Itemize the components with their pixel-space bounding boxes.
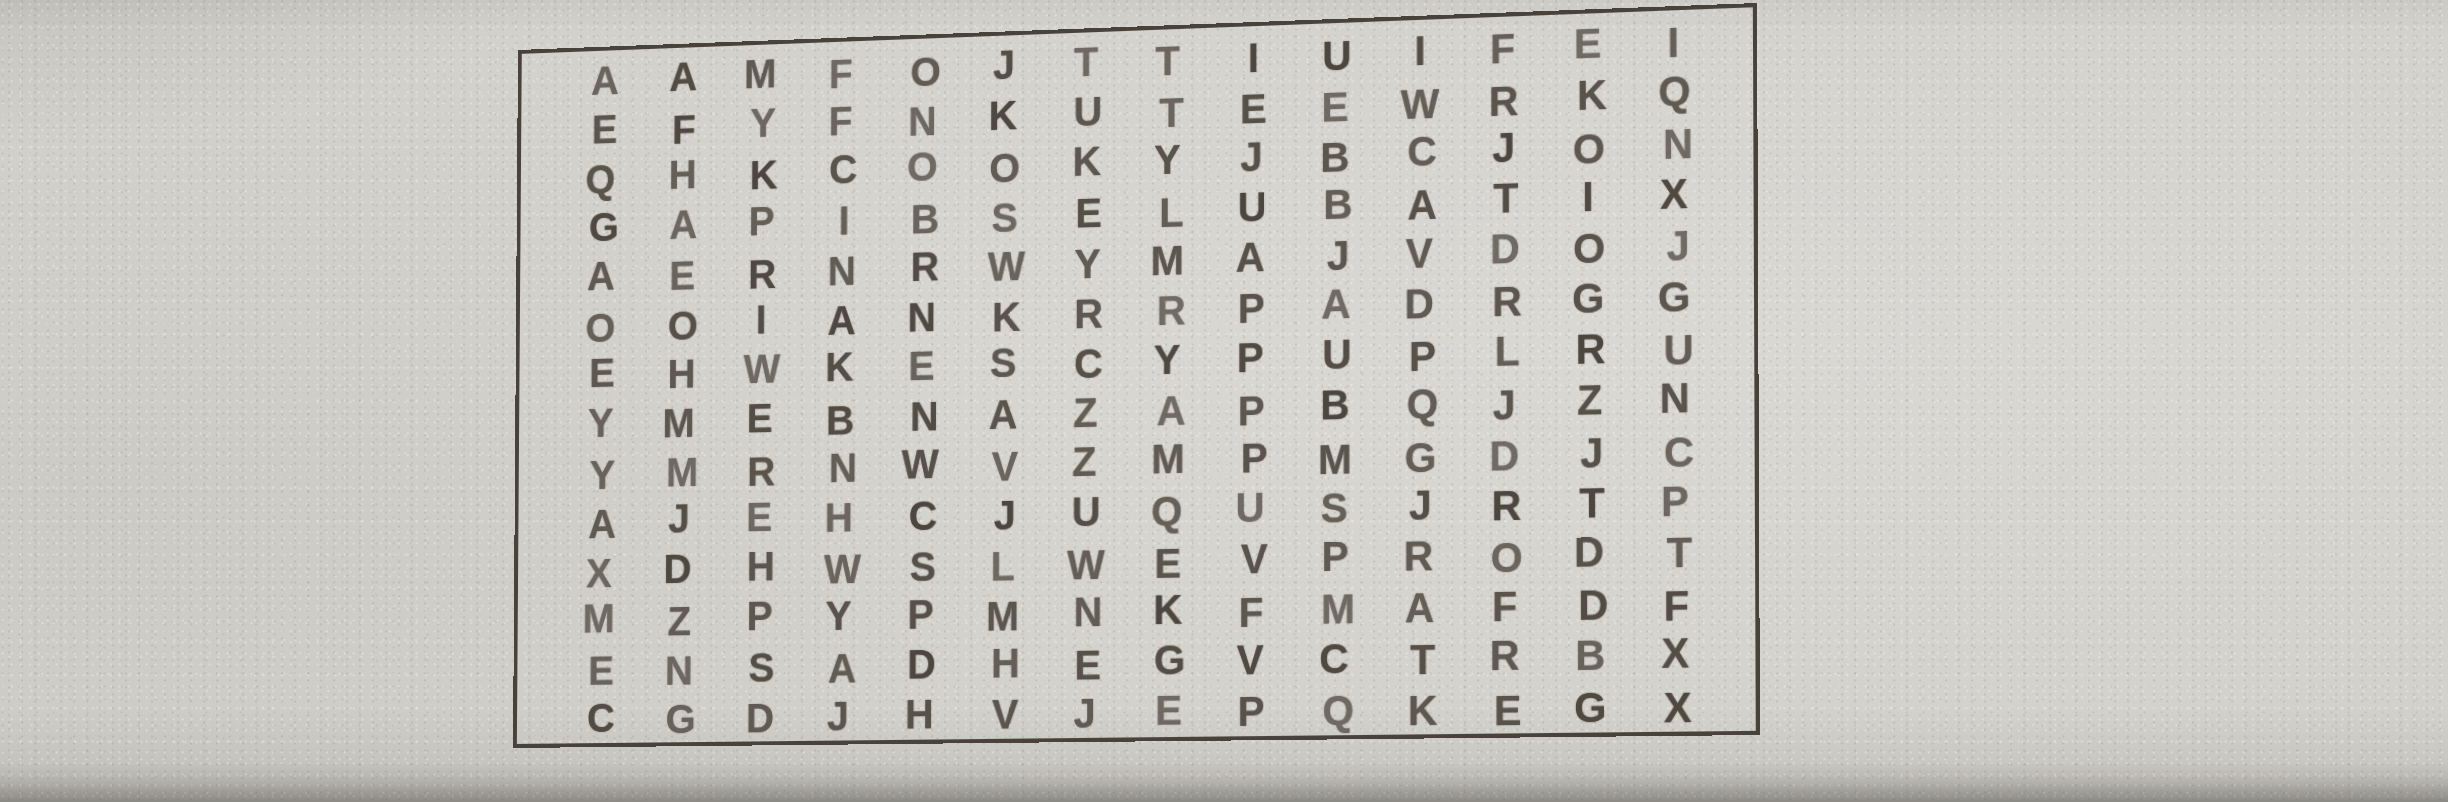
grid-cell-r14c14[interactable]: X (1634, 681, 1721, 733)
grid-cell-r11c11[interactable]: R (1376, 529, 1461, 581)
grid-cell-r3c5[interactable]: O (882, 140, 963, 192)
grid-cell-r4c10[interactable]: B (1296, 177, 1380, 230)
grid-cell-r6c5[interactable]: N (881, 291, 963, 343)
grid-cell-r5c4[interactable]: N (801, 245, 882, 297)
grid-cell-r1c13[interactable]: E (1545, 16, 1631, 70)
grid-cell-r8c14[interactable]: N (1631, 371, 1717, 424)
grid-cell-r5c11[interactable]: V (1377, 226, 1462, 279)
grid-cell-r1c2[interactable]: A (643, 50, 723, 102)
grid-cell-r14c8[interactable]: E (1127, 684, 1210, 735)
grid-cell-r9c8[interactable]: M (1126, 432, 1209, 484)
grid-cell-r5c7[interactable]: Y (1046, 237, 1128, 289)
grid-cell-r11c4[interactable]: W (802, 543, 883, 594)
letter-grid: AAMFOJTTIUIFEIEFYFNKUTEEWRKQQHKCOOKYJBCJ… (559, 15, 1721, 744)
grid-cell-r4c12[interactable]: T (1463, 171, 1548, 224)
grid-cell-r7c8[interactable]: Y (1126, 333, 1209, 385)
grid-cell-r4c8[interactable]: L (1130, 186, 1213, 239)
grid-cell-r5c5[interactable]: R (884, 240, 965, 292)
grid-cell-r12c5[interactable]: P (880, 588, 962, 639)
grid-cell-r3c9[interactable]: J (1210, 130, 1293, 183)
grid-cell-r6c4[interactable]: A (801, 294, 882, 346)
grid-cell-r11c14[interactable]: T (1636, 526, 1723, 579)
grid-cell-r9c12[interactable]: D (1462, 429, 1547, 482)
grid-cell-r2c9[interactable]: E (1212, 82, 1295, 135)
grid-cell-r13c10[interactable]: C (1292, 632, 1376, 684)
grid-cell-r5c8[interactable]: M (1126, 234, 1209, 286)
grid-cell-r13c8[interactable]: G (1128, 634, 1211, 685)
grid-cell-r1c1[interactable]: A (565, 54, 644, 106)
grid-cell-r13c14[interactable]: X (1632, 626, 1719, 679)
grid-cell-r2c8[interactable]: T (1130, 86, 1213, 139)
grid-cell-r6c2[interactable]: O (643, 299, 723, 350)
grid-cell-r6c6[interactable]: K (965, 290, 1047, 342)
grid-cell-r9c14[interactable]: C (1636, 425, 1722, 478)
paper-edge-shadow (0, 762, 2448, 802)
grid-cell-r2c11[interactable]: W (1378, 77, 1462, 130)
grid-cell-r7c1[interactable]: E (562, 347, 642, 398)
grid-cell-r12c12[interactable]: F (1462, 580, 1547, 632)
grid-cell-r11c9[interactable]: V (1212, 532, 1296, 584)
grid-cell-r11c3[interactable]: H (721, 540, 802, 591)
grid-cell-r6c7[interactable]: R (1047, 287, 1130, 339)
grid-cell-r12c7[interactable]: N (1047, 586, 1130, 637)
grid-cell-r6c12[interactable]: R (1465, 274, 1550, 327)
grid-cell-r3c3[interactable]: K (724, 148, 804, 200)
grid-cell-r11c7[interactable]: W (1045, 538, 1128, 590)
grid-cell-r9c11[interactable]: G (1378, 431, 1463, 483)
grid-cell-r3c1[interactable]: Q (561, 153, 641, 204)
grid-cell-r13c1[interactable]: E (561, 645, 641, 695)
grid-cell-r12c10[interactable]: M (1296, 582, 1380, 634)
grid-cell-r1c7[interactable]: T (1045, 35, 1127, 88)
grid-cell-r5c13[interactable]: O (1546, 221, 1632, 274)
grid-cell-r10c1[interactable]: A (562, 498, 642, 549)
grid-cell-r9c3[interactable]: R (721, 445, 802, 496)
grid-cell-r10c12[interactable]: R (1464, 479, 1549, 532)
grid-cell-r8c6[interactable]: A (962, 388, 1044, 440)
grid-cell-r13c7[interactable]: E (1046, 639, 1129, 690)
grid-cell-r14c12[interactable]: E (1465, 684, 1550, 736)
grid-cell-r1c3[interactable]: M (720, 47, 800, 99)
grid-cell-r3c2[interactable]: H (643, 148, 723, 200)
grid-cell-r10c8[interactable]: Q (1125, 485, 1208, 537)
grid-cell-r13c13[interactable]: B (1547, 629, 1633, 681)
grid-cell-r12c3[interactable]: P (719, 590, 800, 641)
grid-cell-r9c7[interactable]: Z (1043, 435, 1126, 487)
grid-cell-r1c6[interactable]: J (963, 38, 1045, 90)
grid-cell-r8c2[interactable]: M (638, 397, 718, 448)
grid-cell-r7c9[interactable]: P (1209, 331, 1292, 383)
grid-cell-r13c5[interactable]: D (881, 638, 963, 689)
grid-cell-r7c3[interactable]: W (722, 343, 803, 394)
grid-cell-r8c10[interactable]: B (1293, 378, 1377, 430)
grid-cell-r2c12[interactable]: R (1461, 74, 1546, 127)
grid-cell-r4c13[interactable]: I (1545, 169, 1631, 222)
grid-cell-r3c12[interactable]: J (1461, 120, 1546, 173)
grid-cell-r13c4[interactable]: A (802, 642, 883, 693)
grid-cell-r14c13[interactable]: G (1547, 681, 1633, 733)
grid-cell-r5c12[interactable]: D (1462, 222, 1547, 275)
grid-cell-r2c3[interactable]: Y (723, 96, 803, 148)
grid-cell-r2c1[interactable]: E (565, 103, 645, 155)
grid-cell-r14c1[interactable]: C (561, 692, 641, 742)
grid-cell-r12c4[interactable]: Y (798, 590, 879, 641)
grid-cell-r1c4[interactable]: F (800, 47, 881, 99)
grid-cell-r10c2[interactable]: J (639, 493, 719, 544)
grid-cell-r11c5[interactable]: S (882, 540, 964, 591)
grid-cell-r7c6[interactable]: S (962, 336, 1044, 388)
grid-cell-r7c2[interactable]: H (642, 348, 722, 399)
grid-cell-r11c2[interactable]: D (638, 543, 718, 594)
grid-cell-r5c10[interactable]: J (1296, 229, 1380, 282)
grid-cell-r9c13[interactable]: J (1549, 426, 1635, 479)
grid-cell-r3c8[interactable]: Y (1126, 133, 1209, 186)
grid-cell-r10c14[interactable]: P (1632, 474, 1718, 527)
grid-cell-r3c14[interactable]: N (1635, 117, 1721, 171)
grid-cell-r12c8[interactable]: K (1126, 583, 1209, 635)
grid-cell-r12c9[interactable]: F (1209, 586, 1293, 638)
grid-cell-r12c1[interactable]: M (559, 593, 639, 643)
grid-cell-r7c4[interactable]: K (799, 341, 880, 392)
grid-cell-r12c13[interactable]: D (1550, 578, 1636, 630)
grid-cell-r11c6[interactable]: L (962, 540, 1044, 591)
grid-cell-r1c14[interactable]: I (1630, 15, 1716, 69)
grid-cell-r6c13[interactable]: G (1546, 271, 1632, 324)
grid-cell-r4c1[interactable]: G (564, 201, 644, 252)
grid-cell-r1c9[interactable]: I (1212, 31, 1295, 84)
grid-cell-r3c10[interactable]: B (1293, 130, 1377, 183)
grid-cell-r4c3[interactable]: P (721, 195, 802, 247)
grid-cell-r8c1[interactable]: Y (561, 397, 641, 448)
grid-cell-r3c4[interactable]: C (803, 143, 884, 195)
grid-cell-r2c7[interactable]: U (1047, 85, 1129, 138)
grid-cell-r6c3[interactable]: I (721, 293, 802, 344)
grid-cell-r14c7[interactable]: J (1043, 687, 1126, 738)
grid-cell-r8c8[interactable]: A (1130, 384, 1213, 436)
grid-cell-r12c14[interactable]: F (1633, 579, 1720, 632)
grid-cell-r5c3[interactable]: R (722, 248, 803, 300)
grid-cell-r5c9[interactable]: A (1209, 230, 1292, 283)
grid-cell-r8c5[interactable]: N (884, 390, 966, 442)
grid-cell-r9c10[interactable]: M (1293, 433, 1377, 485)
grid-cell-r13c6[interactable]: H (964, 637, 1046, 688)
grid-cell-r14c4[interactable]: J (797, 690, 878, 741)
grid-cell-r6c8[interactable]: R (1130, 284, 1213, 336)
grid-cell-r14c6[interactable]: V (964, 688, 1046, 739)
grid-cell-r2c4[interactable]: F (800, 95, 881, 147)
grid-cell-r8c12[interactable]: J (1462, 378, 1547, 431)
grid-cell-r10c3[interactable]: E (719, 491, 800, 542)
grid-cell-r4c5[interactable]: B (884, 193, 965, 245)
grid-cell-r7c13[interactable]: R (1548, 322, 1634, 375)
grid-cell-r11c10[interactable]: P (1293, 530, 1377, 582)
grid-cell-r1c11[interactable]: I (1378, 23, 1462, 76)
grid-cell-r8c13[interactable]: Z (1547, 373, 1633, 426)
grid-cell-r10c9[interactable]: U (1208, 481, 1292, 533)
grid-cell-r2c6[interactable]: K (962, 89, 1044, 141)
grid-cell-r11c1[interactable]: X (559, 547, 639, 598)
grid-cell-r11c13[interactable]: D (1546, 525, 1632, 578)
grid-cell-r13c12[interactable]: R (1462, 629, 1547, 681)
grid-cell-r3c7[interactable]: K (1046, 134, 1128, 186)
grid-cell-r4c9[interactable]: U (1211, 180, 1294, 233)
grid-cell-r9c2[interactable]: M (642, 446, 722, 497)
grid-cell-r10c6[interactable]: J (964, 489, 1046, 540)
grid-cell-r1c10[interactable]: U (1295, 29, 1379, 82)
grid-cell-r2c13[interactable]: K (1549, 68, 1635, 122)
grid-cell-r7c5[interactable]: E (881, 339, 963, 391)
grid-cell-r7c12[interactable]: L (1465, 324, 1550, 377)
grid-cell-r8c7[interactable]: Z (1044, 386, 1127, 438)
grid-cell-r8c11[interactable]: Q (1380, 377, 1465, 430)
grid-cell-r2c10[interactable]: E (1293, 80, 1377, 133)
grid-cell-r12c6[interactable]: M (961, 590, 1043, 641)
grid-cell-r5c14[interactable]: J (1635, 219, 1721, 272)
grid-cell-r7c11[interactable]: P (1380, 329, 1465, 382)
grid-cell-r10c10[interactable]: S (1292, 481, 1376, 533)
grid-cell-r4c11[interactable]: A (1380, 178, 1464, 231)
grid-cell-r9c1[interactable]: Y (563, 449, 643, 500)
grid-cell-r7c7[interactable]: C (1047, 337, 1130, 389)
grid-cell-r14c9[interactable]: P (1209, 685, 1293, 737)
grid-cell-r14c5[interactable]: H (879, 688, 961, 739)
grid-cell-r12c11[interactable]: A (1377, 581, 1462, 633)
grid-cell-r10c11[interactable]: J (1378, 478, 1463, 530)
grid-cell-r7c10[interactable]: U (1295, 328, 1379, 381)
grid-cell-r2c14[interactable]: Q (1632, 64, 1718, 118)
grid-cell-r8c9[interactable]: P (1210, 384, 1294, 436)
grid-cell-r2c2[interactable]: F (644, 103, 724, 155)
word-search-board: AAMFOJTTIUIFEIEFYFNKUTEEWRKQQHKCOOKYJBCJ… (513, 3, 1760, 748)
grid-cell-r3c13[interactable]: O (1546, 122, 1632, 176)
grid-cell-r4c7[interactable]: E (1048, 186, 1130, 238)
grid-cell-r10c4[interactable]: H (798, 491, 879, 542)
grid-cell-r3c11[interactable]: C (1380, 124, 1464, 177)
grid-cell-r4c14[interactable]: X (1631, 167, 1717, 221)
grid-cell-r1c12[interactable]: F (1460, 21, 1545, 75)
grid-cell-r14c3[interactable]: D (720, 692, 801, 743)
grid-cell-r4c4[interactable]: I (804, 194, 885, 246)
grid-cell-r13c2[interactable]: N (639, 645, 719, 695)
grid-cell-r13c11[interactable]: T (1380, 633, 1465, 685)
grid-cell-r6c9[interactable]: P (1210, 282, 1293, 334)
grid-cell-r8c3[interactable]: E (719, 392, 800, 443)
grid-cell-r1c5[interactable]: O (885, 45, 966, 97)
grid-cell-r6c14[interactable]: G (1631, 270, 1717, 323)
grid-cell-r11c8[interactable]: E (1126, 537, 1209, 589)
grid-cell-r14c11[interactable]: K (1380, 684, 1465, 736)
grid-cell-r14c10[interactable]: Q (1296, 684, 1380, 736)
grid-cell-r5c1[interactable]: A (561, 250, 641, 301)
grid-cell-r10c7[interactable]: U (1045, 485, 1128, 537)
grid-cell-r6c10[interactable]: A (1294, 277, 1378, 330)
grid-cell-r3c6[interactable]: O (964, 141, 1046, 193)
grid-cell-r5c6[interactable]: W (966, 240, 1048, 292)
grid-cell-r10c5[interactable]: C (882, 490, 964, 541)
grid-cell-r13c9[interactable]: V (1208, 633, 1292, 685)
grid-cell-r7c14[interactable]: U (1635, 323, 1721, 376)
grid-cell-r10c13[interactable]: T (1549, 476, 1635, 529)
grid-cell-r9c6[interactable]: V (964, 440, 1046, 492)
grid-cell-r4c2[interactable]: A (644, 198, 724, 249)
grid-cell-r13c3[interactable]: S (721, 642, 802, 693)
grid-cell-r6c11[interactable]: D (1377, 277, 1462, 330)
grid-cell-r8c4[interactable]: B (800, 394, 881, 445)
grid-cell-r1c8[interactable]: T (1126, 34, 1209, 87)
grid-cell-r12c2[interactable]: Z (639, 595, 719, 646)
grid-cell-r6c1[interactable]: O (561, 302, 641, 353)
photo-of-worksheet: AAMFOJTTIUIFEIEFYFNKUTEEWRKQQHKCOOKYJBCJ… (0, 0, 2448, 802)
grid-cell-r11c12[interactable]: O (1464, 531, 1549, 583)
grid-cell-r5c2[interactable]: E (642, 249, 722, 300)
grid-cell-r9c9[interactable]: P (1213, 431, 1297, 483)
grid-cell-r9c5[interactable]: W (880, 438, 962, 489)
grid-cell-r14c2[interactable]: G (641, 693, 721, 743)
grid-cell-r2c5[interactable]: N (882, 95, 963, 147)
grid-cell-r9c4[interactable]: N (802, 442, 883, 493)
grid-cell-r4c6[interactable]: S (964, 191, 1046, 243)
